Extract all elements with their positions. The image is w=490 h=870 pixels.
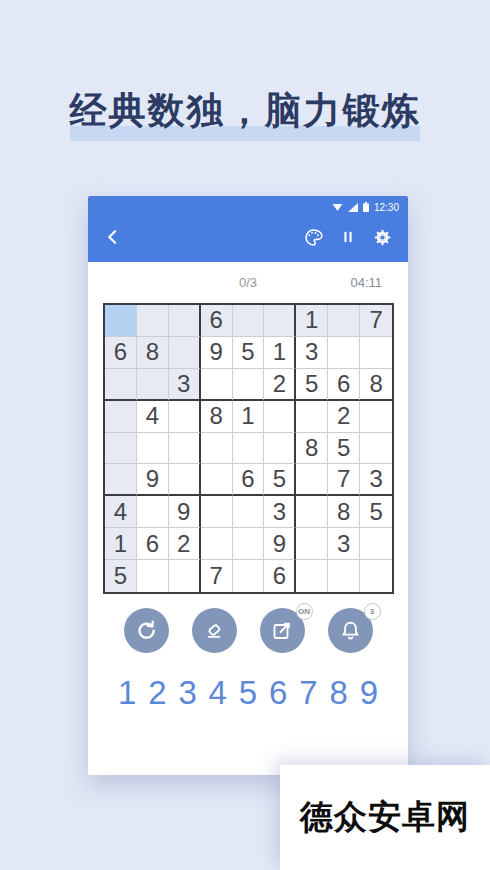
- sudoku-cell-r3c9[interactable]: 8: [360, 369, 392, 401]
- sudoku-cell-r1c9[interactable]: 7: [360, 305, 392, 337]
- sudoku-cell-r7c6[interactable]: 3: [264, 496, 296, 528]
- sudoku-cell-r5c6[interactable]: [264, 433, 296, 465]
- sudoku-cell-r1c6[interactable]: [264, 305, 296, 337]
- watermark: 德众安卓网: [280, 765, 490, 870]
- hud-row: 0/3 04:11: [88, 262, 408, 302]
- numpad-digit-9[interactable]: 9: [360, 674, 378, 712]
- status-bar: 12:30: [88, 196, 408, 214]
- sudoku-cell-r9c5[interactable]: [233, 560, 265, 592]
- sudoku-cell-r3c4[interactable]: [201, 369, 233, 401]
- sudoku-cell-r1c8[interactable]: [328, 305, 360, 337]
- numpad-digit-8[interactable]: 8: [329, 674, 347, 712]
- numpad-digit-7[interactable]: 7: [299, 674, 317, 712]
- sudoku-cell-r7c5[interactable]: [233, 496, 265, 528]
- sudoku-cell-r5c4[interactable]: [201, 433, 233, 465]
- sudoku-cell-r7c4[interactable]: [201, 496, 233, 528]
- sudoku-cell-r9c6[interactable]: 6: [264, 560, 296, 592]
- sudoku-cell-r8c1[interactable]: 1: [105, 528, 137, 560]
- sudoku-cell-r9c7[interactable]: [296, 560, 328, 592]
- eraser-icon: [202, 619, 226, 643]
- sudoku-cell-r9c9[interactable]: [360, 560, 392, 592]
- sudoku-cell-r2c6[interactable]: 1: [264, 337, 296, 369]
- signal-icon: [348, 203, 358, 212]
- sudoku-cell-r4c3[interactable]: [169, 401, 201, 433]
- sudoku-cell-r8c3[interactable]: 2: [169, 528, 201, 560]
- sudoku-cell-r4c6[interactable]: [264, 401, 296, 433]
- back-chevron-icon: [103, 227, 123, 247]
- game-timer: 04:11: [350, 275, 382, 290]
- sudoku-cell-r9c2[interactable]: [137, 560, 169, 592]
- sudoku-cell-r1c2[interactable]: [137, 305, 169, 337]
- pause-icon: [339, 227, 357, 247]
- eraser-button[interactable]: [192, 608, 237, 653]
- back-button[interactable]: [103, 227, 123, 247]
- edit-note-icon: [270, 619, 294, 643]
- sudoku-cell-r2c5[interactable]: 5: [233, 337, 265, 369]
- sudoku-cell-r2c4[interactable]: 9: [201, 337, 233, 369]
- settings-gear-icon: [372, 227, 393, 248]
- status-time: 12:30: [374, 202, 399, 213]
- sudoku-cell-r6c1[interactable]: [105, 464, 137, 496]
- app-header: 12:30: [88, 196, 408, 262]
- notes-button[interactable]: ON: [260, 608, 305, 653]
- palette-icon: [303, 227, 324, 248]
- sudoku-cell-r7c9[interactable]: 5: [360, 496, 392, 528]
- sudoku-cell-r5c7[interactable]: 8: [296, 433, 328, 465]
- sudoku-cell-r3c6[interactable]: 2: [264, 369, 296, 401]
- sudoku-cell-r5c9[interactable]: [360, 433, 392, 465]
- sudoku-cell-r1c4[interactable]: 6: [201, 305, 233, 337]
- sudoku-cell-r7c3[interactable]: 9: [169, 496, 201, 528]
- battery-icon: [363, 202, 369, 212]
- sudoku-cell-r4c7[interactable]: [296, 401, 328, 433]
- pause-button[interactable]: [339, 227, 357, 247]
- sudoku-cell-r3c5[interactable]: [233, 369, 265, 401]
- phone-screenshot: 12:30: [88, 196, 408, 775]
- sudoku-cell-r8c2[interactable]: 6: [137, 528, 169, 560]
- watermark-text: 德众安卓网: [300, 795, 470, 840]
- sudoku-cell-r1c5[interactable]: [233, 305, 265, 337]
- sudoku-cell-r9c4[interactable]: 7: [201, 560, 233, 592]
- notes-badge: ON: [296, 603, 313, 620]
- sudoku-cell-r2c2[interactable]: 8: [137, 337, 169, 369]
- sudoku-cell-r9c3[interactable]: [169, 560, 201, 592]
- sudoku-cell-r7c2[interactable]: [137, 496, 169, 528]
- numpad: 123456789: [88, 674, 408, 712]
- sudoku-cell-r7c1[interactable]: 4: [105, 496, 137, 528]
- sudoku-cell-r8c7[interactable]: [296, 528, 328, 560]
- sudoku-cell-r1c7[interactable]: 1: [296, 305, 328, 337]
- theme-button[interactable]: [303, 227, 324, 248]
- sudoku-cell-r3c8[interactable]: 6: [328, 369, 360, 401]
- sudoku-cell-r2c9[interactable]: [360, 337, 392, 369]
- sudoku-cell-r7c7[interactable]: [296, 496, 328, 528]
- sudoku-cell-r3c7[interactable]: 5: [296, 369, 328, 401]
- sudoku-cell-r4c9[interactable]: [360, 401, 392, 433]
- sudoku-cell-r2c1[interactable]: 6: [105, 337, 137, 369]
- sudoku-cell-r6c2[interactable]: 9: [137, 464, 169, 496]
- sudoku-cell-r3c3[interactable]: 3: [169, 369, 201, 401]
- settings-button[interactable]: [372, 227, 393, 248]
- hint-badge: 3: [364, 603, 381, 620]
- numpad-digit-2[interactable]: 2: [148, 674, 166, 712]
- sudoku-board: 61768951332568481285965734938516293576: [103, 303, 394, 594]
- sudoku-cell-r5c1[interactable]: [105, 433, 137, 465]
- sudoku-cell-r9c8[interactable]: [328, 560, 360, 592]
- sudoku-cell-r6c9[interactable]: 3: [360, 464, 392, 496]
- sudoku-cell-r8c6[interactable]: 9: [264, 528, 296, 560]
- sudoku-cell-r4c5[interactable]: 1: [233, 401, 265, 433]
- wifi-icon: [332, 203, 343, 212]
- sudoku-cell-r6c6[interactable]: 5: [264, 464, 296, 496]
- sudoku-cell-r4c8[interactable]: 2: [328, 401, 360, 433]
- page-title-text: 经典数独，脑力锻炼: [0, 86, 490, 136]
- restart-button[interactable]: [124, 608, 169, 653]
- sudoku-cell-r8c9[interactable]: [360, 528, 392, 560]
- restart-icon: [134, 618, 159, 643]
- sudoku-cell-r4c4[interactable]: 8: [201, 401, 233, 433]
- sudoku-cell-r6c7[interactable]: [296, 464, 328, 496]
- sudoku-cell-r6c4[interactable]: [201, 464, 233, 496]
- sudoku-cell-r4c2[interactable]: 4: [137, 401, 169, 433]
- sudoku-cell-r7c8[interactable]: 8: [328, 496, 360, 528]
- sudoku-cell-r8c5[interactable]: [233, 528, 265, 560]
- numpad-digit-1[interactable]: 1: [118, 674, 136, 712]
- sudoku-cell-r1c3[interactable]: [169, 305, 201, 337]
- hint-button[interactable]: 3: [328, 608, 373, 653]
- sudoku-cell-r8c8[interactable]: 3: [328, 528, 360, 560]
- numpad-digit-5[interactable]: 5: [239, 674, 257, 712]
- numpad-digit-4[interactable]: 4: [209, 674, 227, 712]
- sudoku-cell-r6c5[interactable]: 6: [233, 464, 265, 496]
- sudoku-cell-r2c7[interactable]: 3: [296, 337, 328, 369]
- sudoku-cell-r6c8[interactable]: 7: [328, 464, 360, 496]
- sudoku-cell-r2c8[interactable]: [328, 337, 360, 369]
- sudoku-cell-r2c3[interactable]: [169, 337, 201, 369]
- sudoku-cell-r5c3[interactable]: [169, 433, 201, 465]
- sudoku-cell-r9c1[interactable]: 5: [105, 560, 137, 592]
- sudoku-cell-r6c3[interactable]: [169, 464, 201, 496]
- sudoku-cell-r4c1[interactable]: [105, 401, 137, 433]
- sudoku-cell-r1c1[interactable]: [105, 305, 137, 337]
- nav-bar: [88, 214, 408, 260]
- sudoku-cell-r3c1[interactable]: [105, 369, 137, 401]
- page-title: 经典数独，脑力锻炼: [0, 86, 490, 136]
- sudoku-cell-r5c8[interactable]: 5: [328, 433, 360, 465]
- numpad-digit-6[interactable]: 6: [269, 674, 287, 712]
- sudoku-cell-r5c2[interactable]: [137, 433, 169, 465]
- sudoku-cell-r5c5[interactable]: [233, 433, 265, 465]
- sudoku-cell-r3c2[interactable]: [137, 369, 169, 401]
- bell-icon: [338, 618, 363, 643]
- sudoku-cell-r8c4[interactable]: [201, 528, 233, 560]
- numpad-digit-3[interactable]: 3: [178, 674, 196, 712]
- action-buttons: ON 3: [88, 608, 408, 653]
